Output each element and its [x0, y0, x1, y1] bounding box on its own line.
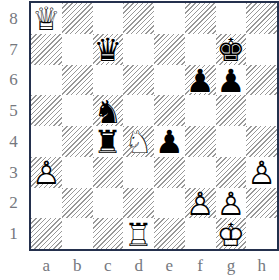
- white-pawn[interactable]: ♟︎♙︎: [246, 157, 277, 188]
- square-h6[interactable]: [246, 65, 277, 96]
- rank-label-6: 6: [0, 65, 27, 96]
- white-pawn-outline: ♙︎: [246, 157, 277, 188]
- black-king[interactable]: ♚︎: [216, 34, 247, 65]
- white-pawn-outline: ♙︎: [185, 188, 216, 219]
- white-king[interactable]: ♚︎♔︎: [216, 218, 247, 249]
- square-f3[interactable]: [185, 157, 216, 188]
- white-pawn-outline: ♙︎: [216, 188, 247, 219]
- square-h2[interactable]: [246, 188, 277, 219]
- file-label-d: d: [123, 252, 154, 278]
- square-e2[interactable]: [154, 188, 185, 219]
- black-queen[interactable]: ♛︎: [93, 34, 124, 65]
- square-g1[interactable]: ♚︎♔︎: [216, 218, 247, 249]
- black-knight[interactable]: ♞︎: [93, 95, 124, 126]
- rank-label-4: 4: [0, 126, 27, 157]
- square-a5[interactable]: [31, 95, 62, 126]
- square-d6[interactable]: [123, 65, 154, 96]
- square-a6[interactable]: [31, 65, 62, 96]
- square-b6[interactable]: [62, 65, 93, 96]
- black-pawn[interactable]: ♟︎: [154, 126, 185, 157]
- square-h5[interactable]: [246, 95, 277, 126]
- file-label-c: c: [93, 252, 124, 278]
- white-rook[interactable]: ♜︎♖︎: [123, 218, 154, 249]
- square-e7[interactable]: [154, 34, 185, 65]
- square-e1[interactable]: [154, 218, 185, 249]
- square-a4[interactable]: [31, 126, 62, 157]
- white-pawn[interactable]: ♟︎♙︎: [185, 188, 216, 219]
- square-f1[interactable]: [185, 218, 216, 249]
- black-pawn[interactable]: ♟︎: [216, 65, 247, 96]
- square-b1[interactable]: [62, 218, 93, 249]
- rank-label-8: 8: [0, 3, 27, 34]
- square-g6[interactable]: ♟︎: [216, 65, 247, 96]
- square-d7[interactable]: [123, 34, 154, 65]
- square-e6[interactable]: [154, 65, 185, 96]
- white-pawn[interactable]: ♟︎♙︎: [31, 157, 62, 188]
- square-f7[interactable]: [185, 34, 216, 65]
- square-a2[interactable]: [31, 188, 62, 219]
- file-label-b: b: [62, 252, 93, 278]
- square-f5[interactable]: [185, 95, 216, 126]
- black-pawn-glyph: ♟︎: [154, 127, 185, 158]
- file-label-e: e: [154, 252, 185, 278]
- square-d2[interactable]: [123, 188, 154, 219]
- black-knight-glyph: ♞︎: [93, 96, 124, 127]
- square-d3[interactable]: [123, 157, 154, 188]
- rank-label-1: 1: [0, 218, 27, 249]
- square-f2[interactable]: ♟︎♙︎: [185, 188, 216, 219]
- white-rook-outline: ♖︎: [123, 219, 154, 250]
- square-h7[interactable]: [246, 34, 277, 65]
- square-e4[interactable]: ♟︎: [154, 126, 185, 157]
- square-b2[interactable]: [62, 188, 93, 219]
- square-c7[interactable]: ♛︎: [93, 34, 124, 65]
- black-rook-glyph: ♜︎: [93, 127, 124, 158]
- square-g8[interactable]: [216, 3, 247, 34]
- square-e8[interactable]: [154, 3, 185, 34]
- square-b4[interactable]: [62, 126, 93, 157]
- square-d8[interactable]: [123, 3, 154, 34]
- square-c8[interactable]: [93, 3, 124, 34]
- square-f4[interactable]: [185, 126, 216, 157]
- square-a7[interactable]: [31, 34, 62, 65]
- square-g5[interactable]: [216, 95, 247, 126]
- rank-label-3: 3: [0, 157, 27, 188]
- square-b8[interactable]: [62, 3, 93, 34]
- square-c2[interactable]: [93, 188, 124, 219]
- white-queen-outline: ♕︎: [31, 4, 62, 35]
- square-d4[interactable]: ♞︎♘︎: [123, 126, 154, 157]
- rank-label-2: 2: [0, 188, 27, 219]
- square-b3[interactable]: [62, 157, 93, 188]
- black-pawn-glyph: ♟︎: [185, 65, 216, 96]
- rank-labels: 87654321: [0, 3, 27, 249]
- square-h1[interactable]: [246, 218, 277, 249]
- square-g3[interactable]: [216, 157, 247, 188]
- square-c4[interactable]: ♜︎: [93, 126, 124, 157]
- square-h3[interactable]: ♟︎♙︎: [246, 157, 277, 188]
- white-queen[interactable]: ♛︎♕︎: [31, 3, 62, 34]
- file-labels: abcdefgh: [31, 252, 277, 278]
- chess-board: ♛︎♕︎♛︎♚︎♟︎♟︎♞︎♜︎♞︎♘︎♟︎♟︎♙︎♟︎♙︎♟︎♙︎♟︎♙︎♜︎…: [29, 1, 279, 251]
- square-e5[interactable]: [154, 95, 185, 126]
- square-c3[interactable]: [93, 157, 124, 188]
- white-pawn-outline: ♙︎: [31, 157, 62, 188]
- square-f6[interactable]: ♟︎: [185, 65, 216, 96]
- white-knight-outline: ♘︎: [123, 127, 154, 158]
- file-label-h: h: [246, 252, 277, 278]
- black-king-glyph: ♚︎: [216, 34, 247, 65]
- black-pawn[interactable]: ♟︎: [185, 65, 216, 96]
- rank-label-5: 5: [0, 95, 27, 126]
- square-d5[interactable]: [123, 95, 154, 126]
- black-pawn-glyph: ♟︎: [216, 65, 247, 96]
- white-king-outline: ♔︎: [216, 219, 247, 250]
- square-g7[interactable]: ♚︎: [216, 34, 247, 65]
- square-c1[interactable]: [93, 218, 124, 249]
- square-f8[interactable]: [185, 3, 216, 34]
- rank-label-7: 7: [0, 34, 27, 65]
- black-queen-glyph: ♛︎: [93, 34, 124, 65]
- square-h4[interactable]: [246, 126, 277, 157]
- square-c5[interactable]: ♞︎: [93, 95, 124, 126]
- square-g2[interactable]: ♟︎♙︎: [216, 188, 247, 219]
- file-label-f: f: [185, 252, 216, 278]
- square-h8[interactable]: [246, 3, 277, 34]
- file-label-g: g: [216, 252, 247, 278]
- square-a8[interactable]: ♛︎♕︎: [31, 3, 62, 34]
- chess-diagram: 87654321 ♛︎♕︎♛︎♚︎♟︎♟︎♞︎♜︎♞︎♘︎♟︎♟︎♙︎♟︎♙︎♟…: [0, 0, 279, 280]
- square-b5[interactable]: [62, 95, 93, 126]
- square-g4[interactable]: [216, 126, 247, 157]
- square-d1[interactable]: ♜︎♖︎: [123, 218, 154, 249]
- square-a3[interactable]: ♟︎♙︎: [31, 157, 62, 188]
- black-rook[interactable]: ♜︎: [93, 126, 124, 157]
- square-c6[interactable]: [93, 65, 124, 96]
- white-pawn[interactable]: ♟︎♙︎: [216, 188, 247, 219]
- white-knight[interactable]: ♞︎♘︎: [123, 126, 154, 157]
- square-a1[interactable]: [31, 218, 62, 249]
- square-b7[interactable]: [62, 34, 93, 65]
- file-label-a: a: [31, 252, 62, 278]
- square-e3[interactable]: [154, 157, 185, 188]
